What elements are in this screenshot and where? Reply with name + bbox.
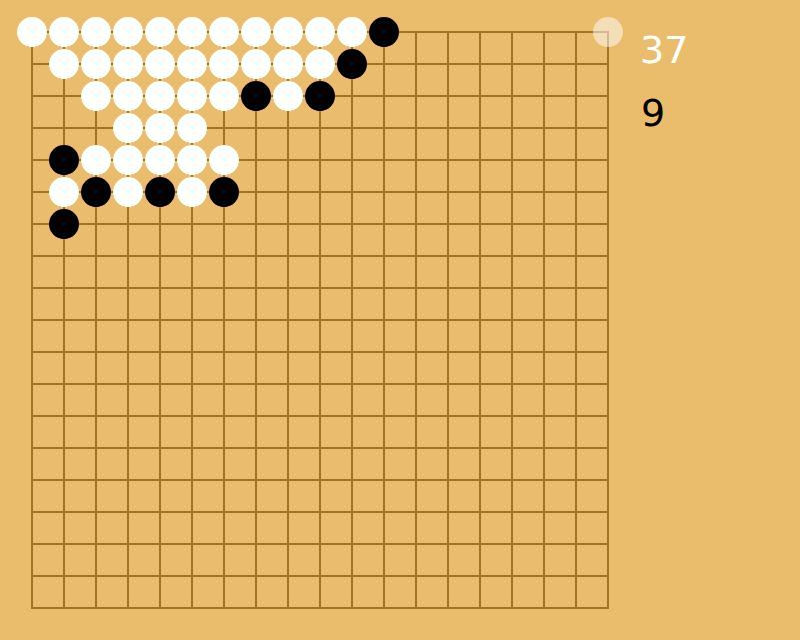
white-stone: ● — [241, 49, 271, 79]
grid-line-vertical — [575, 31, 577, 609]
white-stone: ● — [177, 49, 207, 79]
grid-line-horizontal — [31, 319, 609, 321]
grid-line-horizontal — [31, 479, 609, 481]
white-stone: ● — [209, 81, 239, 111]
grid-line-vertical — [415, 31, 417, 609]
grid-line-horizontal — [31, 447, 609, 449]
grid-line-vertical — [383, 31, 385, 609]
white-stone: ● — [241, 17, 271, 47]
grid-line-vertical — [511, 31, 513, 609]
white-stone: ● — [273, 81, 303, 111]
grid-line-horizontal — [31, 415, 609, 417]
white-stone: ● — [209, 17, 239, 47]
white-stone-count: 37 — [640, 31, 688, 69]
white-stone: ● — [113, 177, 143, 207]
black-stone: ● — [369, 17, 399, 47]
white-stone: ● — [177, 113, 207, 143]
black-stone: ● — [209, 177, 239, 207]
white-stone: ● — [113, 49, 143, 79]
white-stone: ● — [113, 145, 143, 175]
white-stone: ● — [145, 113, 175, 143]
white-stone: ● — [177, 145, 207, 175]
grid-line-horizontal — [31, 383, 609, 385]
white-stone: ● — [49, 17, 79, 47]
grid-line-vertical — [543, 31, 545, 609]
black-stone: ● — [337, 49, 367, 79]
white-stone: ● — [113, 17, 143, 47]
grid-line-horizontal — [31, 575, 609, 577]
white-stone: ● — [49, 49, 79, 79]
white-stone: ● — [81, 17, 111, 47]
black-stone: ● — [241, 81, 271, 111]
white-stone: ● — [145, 81, 175, 111]
white-stone: ● — [81, 81, 111, 111]
white-stone: ● — [273, 49, 303, 79]
white-stone: ● — [17, 17, 47, 47]
black-stone: ● — [49, 145, 79, 175]
white-stone: ● — [177, 17, 207, 47]
white-stone: ● — [113, 81, 143, 111]
white-stone: ● — [209, 145, 239, 175]
white-stone: ● — [145, 49, 175, 79]
grid-line-vertical — [447, 31, 449, 609]
white-stone: ● — [177, 177, 207, 207]
white-stone: ● — [81, 145, 111, 175]
white-stone: ● — [337, 17, 367, 47]
grid-line-vertical — [351, 31, 353, 609]
white-stone: ● — [177, 81, 207, 111]
white-stone: ● — [145, 145, 175, 175]
white-stone: ● — [305, 49, 335, 79]
grid-line-vertical — [479, 31, 481, 609]
grid-line-horizontal — [31, 351, 609, 353]
black-stone: ● — [49, 209, 79, 239]
ghost-white-stone[interactable]: ● — [593, 17, 623, 47]
white-stone: ● — [145, 17, 175, 47]
white-stone: ● — [113, 113, 143, 143]
go-board[interactable]: ●●●●●●●●●●●●●●●●●●●●●●●●●●●●●●●●●●●●●●●●… — [0, 0, 800, 640]
grid-line-horizontal — [31, 543, 609, 545]
black-stone: ● — [305, 81, 335, 111]
black-stone: ● — [145, 177, 175, 207]
white-stone: ● — [81, 49, 111, 79]
white-stone: ● — [49, 177, 79, 207]
grid-line-horizontal — [31, 607, 609, 609]
grid-line-horizontal — [31, 511, 609, 513]
black-stone: ● — [81, 177, 111, 207]
white-stone: ● — [209, 49, 239, 79]
grid-line-vertical — [607, 31, 609, 609]
go-app-canvas: ●●●●●●●●●●●●●●●●●●●●●●●●●●●●●●●●●●●●●●●●… — [0, 0, 800, 640]
black-stone-count: 9 — [641, 94, 665, 132]
white-stone: ● — [273, 17, 303, 47]
white-stone: ● — [305, 17, 335, 47]
